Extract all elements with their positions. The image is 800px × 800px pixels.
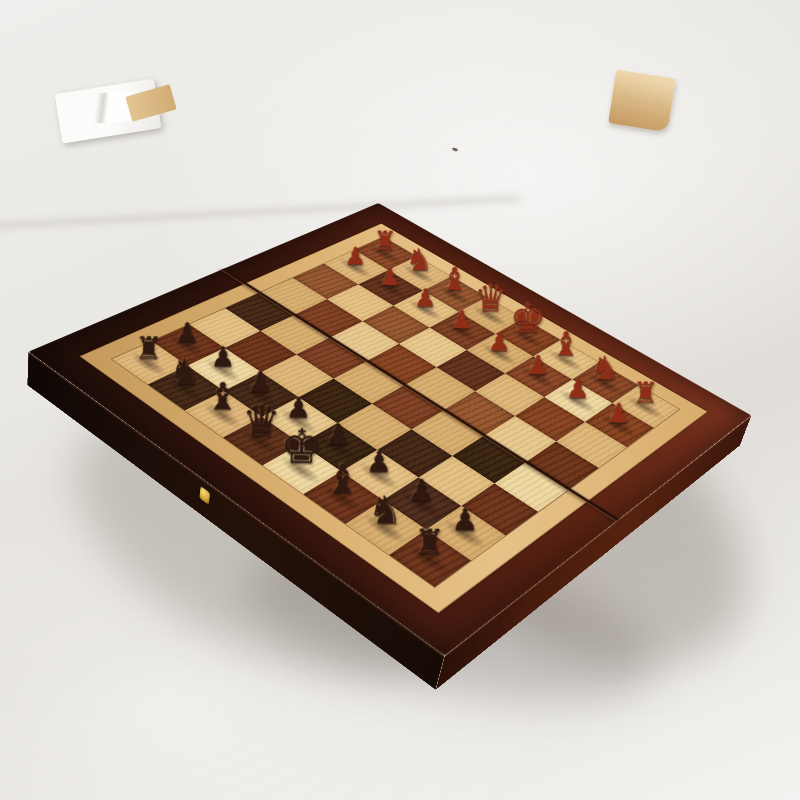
piece-black-rook-h8: ♜ <box>393 518 470 567</box>
piece-white-pawn-h2: ♟ <box>587 393 653 432</box>
paper-fold <box>71 91 134 124</box>
wood-strip <box>608 70 676 133</box>
photo-scene: ♜♞♝♛♚♝♞♜♟♟♟♟♟♟♟♟♟♟♟♟♟♟♟♟♜♞♝♛♚♝♞♜ <box>0 0 800 800</box>
brass-latch-icon <box>199 486 210 505</box>
